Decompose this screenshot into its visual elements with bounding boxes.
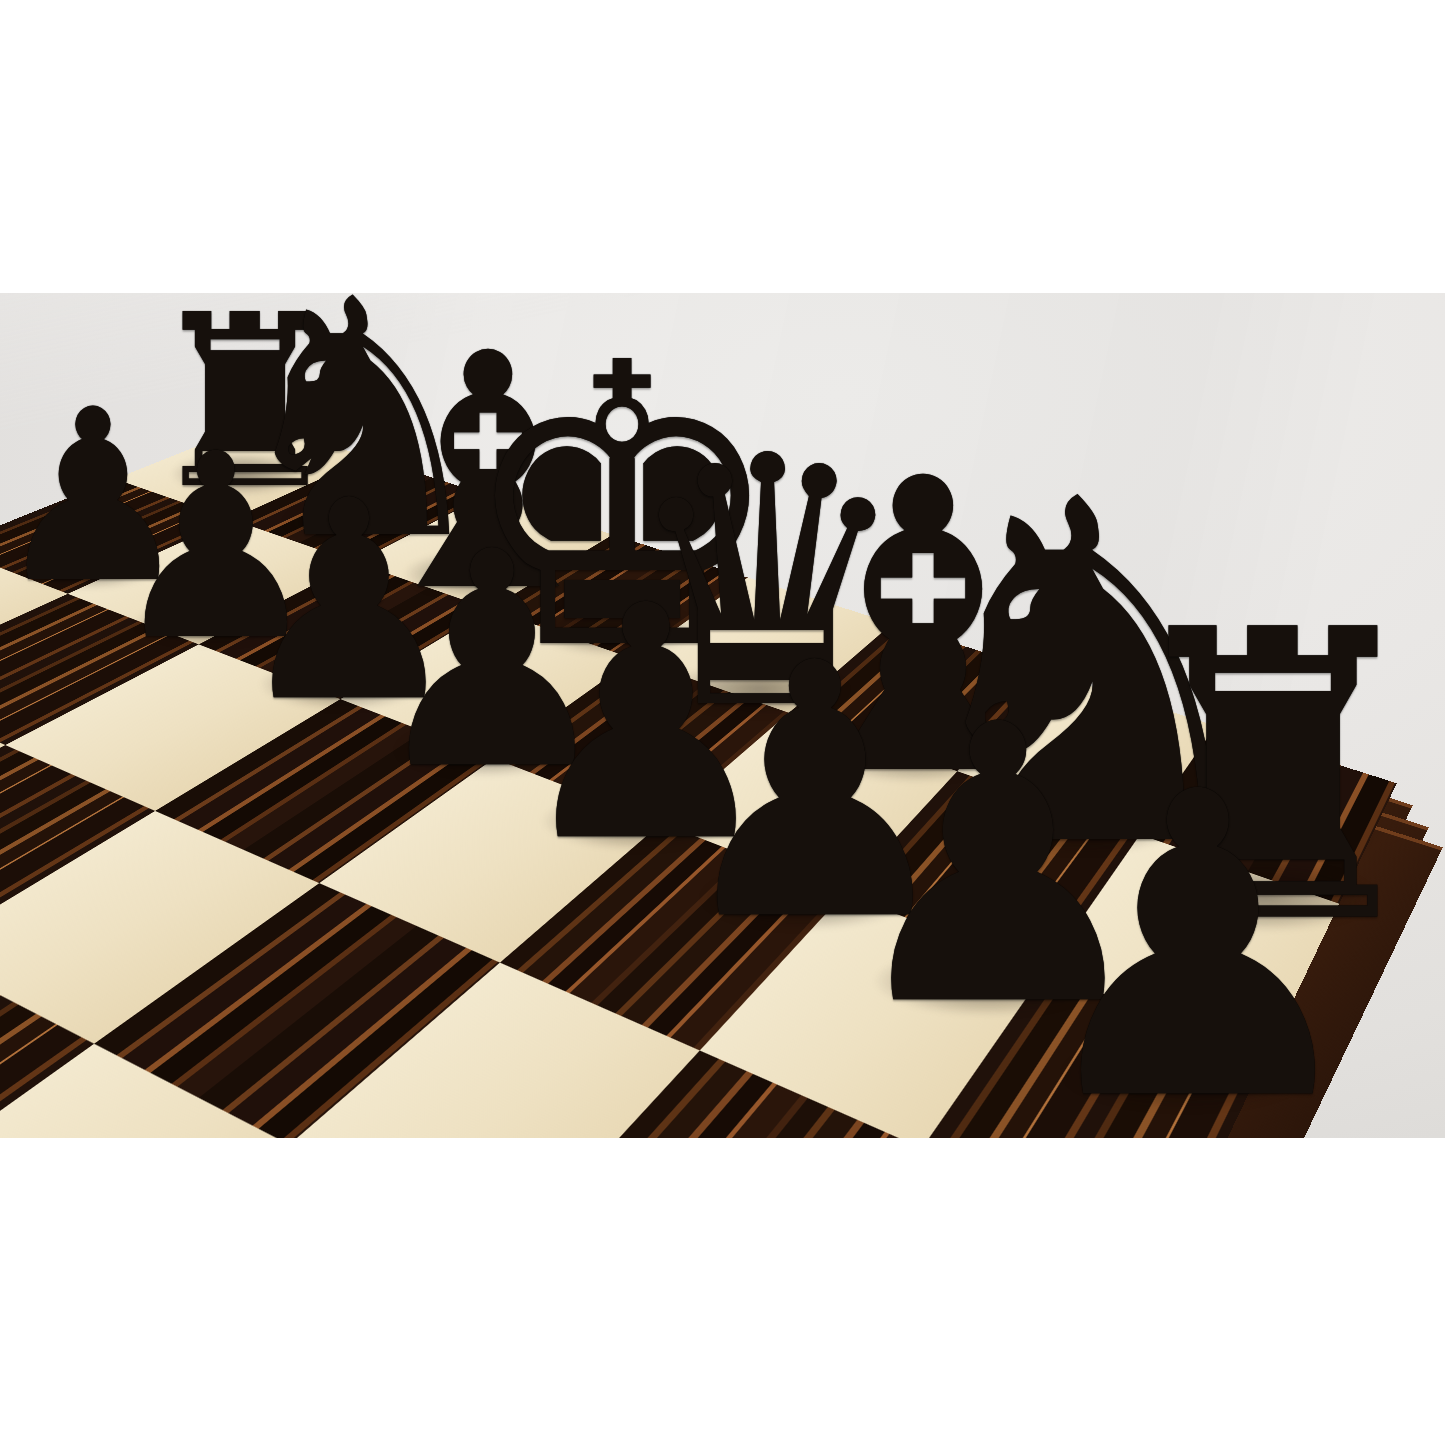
studio-photo-band: ♜♞♝♚♛♝♞♜♟♟♟♟♟♟♟♟ (0, 293, 1445, 1138)
photo-bottom-white-margin (0, 1138, 1445, 1445)
chess-set-photo-page: ♜♞♝♚♛♝♞♜♟♟♟♟♟♟♟♟ (0, 0, 1445, 1445)
photo-top-white-margin (0, 0, 1445, 293)
piece-layer: ♜♞♝♚♛♝♞♜♟♟♟♟♟♟♟♟ (0, 293, 1445, 1138)
chessboard-scene: ♜♞♝♚♛♝♞♜♟♟♟♟♟♟♟♟ (0, 293, 1445, 1138)
piece-black-pawn-h7[interactable]: ♟ (1023, 739, 1373, 1138)
